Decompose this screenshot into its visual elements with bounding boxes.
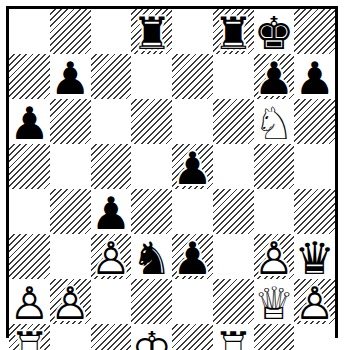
square-c7[interactable]	[91, 54, 132, 99]
square-b2[interactable]: ♟♙	[50, 279, 91, 324]
square-e6[interactable]	[172, 99, 213, 144]
white-rook[interactable]: ♖	[9, 326, 49, 350]
black-knight[interactable]: ♞	[131, 236, 171, 281]
square-e7[interactable]	[172, 54, 213, 99]
white-pawn[interactable]: ♙	[254, 236, 294, 281]
square-a5[interactable]	[9, 144, 50, 189]
black-pawn[interactable]: ♟	[172, 236, 212, 281]
square-g5[interactable]	[254, 144, 295, 189]
square-d8[interactable]: ♜	[131, 9, 172, 54]
black-pawn[interactable]: ♟	[254, 56, 294, 101]
white-queen[interactable]: ♕	[254, 281, 294, 326]
square-f6[interactable]	[213, 99, 254, 144]
square-d7[interactable]	[131, 54, 172, 99]
square-b5[interactable]	[50, 144, 91, 189]
white-pawn[interactable]: ♙	[91, 236, 131, 281]
square-b4[interactable]	[50, 189, 91, 234]
square-g7[interactable]: ♟	[254, 54, 295, 99]
square-e8[interactable]	[172, 9, 213, 54]
square-e5[interactable]: ♟	[172, 144, 213, 189]
square-g8[interactable]: ♚	[254, 9, 295, 54]
black-queen[interactable]: ♛	[294, 236, 334, 281]
square-h6[interactable]	[294, 99, 335, 144]
square-g3[interactable]: ♟♙	[254, 234, 295, 279]
square-g4[interactable]	[254, 189, 295, 234]
black-pawn[interactable]: ♟	[91, 191, 131, 236]
square-a4[interactable]	[9, 189, 50, 234]
square-e3[interactable]: ♟	[172, 234, 213, 279]
square-f1[interactable]: ♜♖	[213, 324, 254, 350]
square-c4[interactable]: ♟	[91, 189, 132, 234]
square-g2[interactable]: ♛♕	[254, 279, 295, 324]
square-h4[interactable]	[294, 189, 335, 234]
square-c8[interactable]	[91, 9, 132, 54]
square-e1[interactable]	[172, 324, 213, 350]
white-king[interactable]: ♔	[131, 326, 171, 350]
square-d5[interactable]	[131, 144, 172, 189]
square-f2[interactable]	[213, 279, 254, 324]
white-knight[interactable]: ♘	[254, 101, 294, 146]
black-pawn[interactable]: ♟	[294, 56, 334, 101]
square-h2[interactable]: ♟♙	[294, 279, 335, 324]
square-f3[interactable]	[213, 234, 254, 279]
square-h3[interactable]: ♛	[294, 234, 335, 279]
square-d4[interactable]	[131, 189, 172, 234]
white-pawn[interactable]: ♙	[9, 281, 49, 326]
square-a1[interactable]: ♜♖	[9, 324, 50, 350]
square-h5[interactable]	[294, 144, 335, 189]
square-f5[interactable]	[213, 144, 254, 189]
square-d1[interactable]: ♚♔	[131, 324, 172, 350]
black-pawn[interactable]: ♟	[172, 146, 212, 191]
square-a7[interactable]	[9, 54, 50, 99]
white-pawn[interactable]: ♙	[50, 281, 90, 326]
square-c3[interactable]: ♟♙	[91, 234, 132, 279]
black-rook[interactable]: ♜	[213, 11, 253, 56]
square-a3[interactable]	[9, 234, 50, 279]
square-b7[interactable]: ♟	[50, 54, 91, 99]
white-pawn[interactable]: ♙	[294, 281, 334, 326]
chess-diagram-page: ♜♜♚♟♟♟♟♞♘♟♟♟♙♞♟♟♙♛♟♙♟♙♛♕♟♙♜♖♚♔♜♖	[0, 0, 350, 350]
square-a2[interactable]: ♟♙	[9, 279, 50, 324]
black-rook[interactable]: ♜	[131, 11, 171, 56]
square-a6[interactable]: ♟	[9, 99, 50, 144]
square-f7[interactable]	[213, 54, 254, 99]
square-c1[interactable]	[91, 324, 132, 350]
square-f8[interactable]: ♜	[213, 9, 254, 54]
square-h7[interactable]: ♟	[294, 54, 335, 99]
square-b3[interactable]	[50, 234, 91, 279]
square-d3[interactable]: ♞	[131, 234, 172, 279]
square-e2[interactable]	[172, 279, 213, 324]
white-rook[interactable]: ♖	[213, 326, 253, 350]
square-d2[interactable]	[131, 279, 172, 324]
square-c2[interactable]	[91, 279, 132, 324]
square-c6[interactable]	[91, 99, 132, 144]
square-a8[interactable]	[9, 9, 50, 54]
chess-board: ♜♜♚♟♟♟♟♞♘♟♟♟♙♞♟♟♙♛♟♙♟♙♛♕♟♙♜♖♚♔♜♖	[6, 6, 338, 338]
square-b8[interactable]	[50, 9, 91, 54]
square-e4[interactable]	[172, 189, 213, 234]
square-f4[interactable]	[213, 189, 254, 234]
black-pawn[interactable]: ♟	[9, 101, 49, 146]
square-d6[interactable]	[131, 99, 172, 144]
square-g6[interactable]: ♞♘	[254, 99, 295, 144]
square-b6[interactable]	[50, 99, 91, 144]
black-king[interactable]: ♚	[254, 11, 294, 56]
square-h8[interactable]	[294, 9, 335, 54]
square-c5[interactable]	[91, 144, 132, 189]
black-pawn[interactable]: ♟	[50, 56, 90, 101]
